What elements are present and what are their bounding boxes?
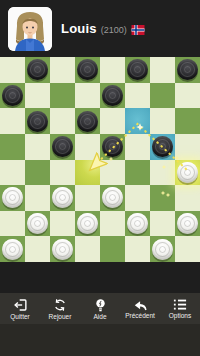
square-r6c2 — [50, 211, 75, 237]
square-r7c2[interactable] — [50, 236, 75, 262]
square-r6c7[interactable] — [175, 211, 200, 237]
square-r6c5[interactable] — [125, 211, 150, 237]
undo-button[interactable]: Précédent — [120, 294, 160, 323]
square-r1c4[interactable] — [100, 83, 125, 109]
square-r7c0[interactable] — [0, 236, 25, 262]
square-r7c3 — [75, 236, 100, 262]
square-r2c7[interactable] — [175, 108, 200, 134]
black-piece[interactable] — [152, 136, 173, 157]
square-r5c7 — [175, 185, 200, 211]
square-r7c1 — [25, 236, 50, 262]
square-r2c4 — [100, 108, 125, 134]
square-r2c5[interactable] — [125, 108, 150, 134]
square-r7c7 — [175, 236, 200, 262]
undo-icon — [133, 298, 148, 311]
square-r0c2 — [50, 57, 75, 83]
square-r1c1 — [25, 83, 50, 109]
square-r5c6[interactable] — [150, 185, 175, 211]
lower-gap — [0, 262, 200, 293]
square-r0c4 — [100, 57, 125, 83]
square-r3c0[interactable] — [0, 134, 25, 160]
square-r4c6 — [150, 160, 175, 186]
quit-button-label: Quitter — [10, 314, 30, 321]
black-piece[interactable] — [102, 85, 123, 106]
square-r3c5 — [125, 134, 150, 160]
toolbar: Quitter Rejouer Aide Précéden — [0, 293, 200, 324]
square-r4c5[interactable] — [125, 160, 150, 186]
player-avatar — [8, 7, 52, 51]
white-piece[interactable] — [152, 239, 173, 260]
square-r3c7 — [175, 134, 200, 160]
replay-button[interactable]: Rejouer — [40, 294, 80, 323]
square-r3c3 — [75, 134, 100, 160]
black-piece[interactable] — [77, 59, 98, 80]
white-piece[interactable] — [27, 213, 48, 234]
white-piece[interactable] — [52, 239, 73, 260]
checkers-app-screen: Louis (2100) — [0, 0, 200, 356]
square-r6c4 — [100, 211, 125, 237]
board — [0, 57, 200, 262]
square-r5c5 — [125, 185, 150, 211]
bottom-nav-area — [0, 324, 200, 356]
square-r3c1 — [25, 134, 50, 160]
black-piece[interactable] — [102, 136, 123, 157]
square-r2c2 — [50, 108, 75, 134]
player-name: Louis — [61, 21, 97, 36]
black-piece[interactable] — [77, 111, 98, 132]
square-r1c3 — [75, 83, 100, 109]
replay-button-label: Rejouer — [49, 314, 72, 321]
square-r3c2[interactable] — [50, 134, 75, 160]
square-r3c4[interactable] — [100, 134, 125, 160]
square-r0c0 — [0, 57, 25, 83]
square-r6c1[interactable] — [25, 211, 50, 237]
black-piece[interactable] — [27, 111, 48, 132]
square-r5c1 — [25, 185, 50, 211]
square-r4c7[interactable] — [175, 160, 200, 186]
square-r1c7 — [175, 83, 200, 109]
square-r4c2 — [50, 160, 75, 186]
square-r1c6[interactable] — [150, 83, 175, 109]
square-r2c0 — [0, 108, 25, 134]
help-button-label: Aide — [93, 314, 106, 321]
white-piece[interactable] — [127, 213, 148, 234]
square-r6c0 — [0, 211, 25, 237]
square-r4c4 — [100, 160, 125, 186]
square-r7c4[interactable] — [100, 236, 125, 262]
help-button[interactable]: Aide — [80, 294, 120, 323]
square-r7c6[interactable] — [150, 236, 175, 262]
square-r2c6 — [150, 108, 175, 134]
white-piece[interactable] — [102, 187, 123, 208]
square-r3c6[interactable] — [150, 134, 175, 160]
black-piece[interactable] — [27, 59, 48, 80]
square-r5c3 — [75, 185, 100, 211]
quit-button[interactable]: Quitter — [0, 294, 40, 323]
square-r7c5 — [125, 236, 150, 262]
white-piece[interactable] — [2, 187, 23, 208]
square-r1c0[interactable] — [0, 83, 25, 109]
options-button-label: Options — [169, 313, 191, 320]
square-r5c4[interactable] — [100, 185, 125, 211]
black-piece[interactable] — [2, 85, 23, 106]
black-piece[interactable] — [52, 136, 73, 157]
square-r4c3[interactable] — [75, 160, 100, 186]
undo-button-label: Précédent — [125, 313, 155, 320]
square-r0c6 — [150, 57, 175, 83]
square-r0c7[interactable] — [175, 57, 200, 83]
player-info-bar: Louis (2100) — [0, 0, 200, 57]
white-piece[interactable] — [177, 213, 198, 234]
white-piece[interactable] — [2, 239, 23, 260]
black-piece[interactable] — [127, 59, 148, 80]
square-r5c2[interactable] — [50, 185, 75, 211]
square-r6c3[interactable] — [75, 211, 100, 237]
exit-icon — [13, 298, 28, 312]
square-r0c1[interactable] — [25, 57, 50, 83]
white-piece[interactable] — [177, 162, 198, 183]
square-r5c0[interactable] — [0, 185, 25, 211]
square-r6c6 — [150, 211, 175, 237]
norway-flag-icon — [131, 25, 145, 35]
square-r0c5[interactable] — [125, 57, 150, 83]
options-icon — [173, 298, 187, 311]
square-r2c1[interactable] — [25, 108, 50, 134]
black-piece[interactable] — [177, 59, 198, 80]
avatar-illustration — [8, 7, 52, 51]
player-rating: (2100) — [101, 25, 127, 35]
lightbulb-icon — [94, 298, 107, 312]
square-r1c2[interactable] — [50, 83, 75, 109]
white-piece[interactable] — [52, 187, 73, 208]
square-r0c3[interactable] — [75, 57, 100, 83]
square-r1c5 — [125, 83, 150, 109]
replay-icon — [53, 298, 67, 312]
square-r2c3[interactable] — [75, 108, 100, 134]
square-r4c0 — [0, 160, 25, 186]
options-button[interactable]: Options — [160, 294, 200, 323]
square-r4c1[interactable] — [25, 160, 50, 186]
player-name-block: Louis (2100) — [61, 21, 145, 36]
white-piece[interactable] — [77, 213, 98, 234]
